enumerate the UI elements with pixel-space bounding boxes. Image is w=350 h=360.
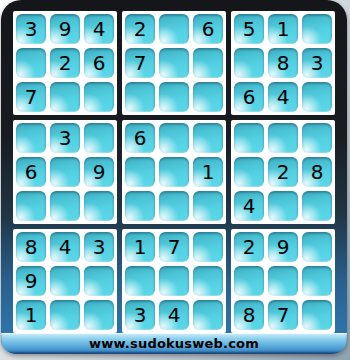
cell-r2c3[interactable]: 6 [84, 48, 114, 78]
cell-r4c7[interactable] [234, 123, 264, 153]
cell-r7c3[interactable]: 3 [84, 232, 114, 262]
sudoku-box-1: 394267 [13, 11, 117, 115]
cell-r8c2[interactable] [50, 266, 80, 296]
cell-r5c1[interactable]: 6 [16, 157, 46, 187]
cell-r7c2[interactable]: 4 [50, 232, 80, 262]
cell-r6c7[interactable]: 4 [234, 191, 264, 221]
site-url-link[interactable]: www.sudokusweb.com [89, 336, 259, 351]
cell-r6c6[interactable] [193, 191, 223, 221]
cell-r4c3[interactable] [84, 123, 114, 153]
cell-r6c4[interactable] [125, 191, 155, 221]
sudoku-box-6: 284 [231, 120, 335, 224]
cell-r5c8[interactable]: 2 [268, 157, 298, 187]
cell-r2c1[interactable] [16, 48, 46, 78]
cell-r8c5[interactable] [159, 266, 189, 296]
sudoku-box-4: 369 [13, 120, 117, 224]
sudoku-board: 394267267518364369612848439117342987 www… [1, 0, 347, 354]
cell-r1c8[interactable]: 1 [268, 14, 298, 44]
cell-r8c1[interactable]: 9 [16, 266, 46, 296]
cell-r8c8[interactable] [268, 266, 298, 296]
cell-r8c9[interactable] [302, 266, 332, 296]
cell-r9c4[interactable]: 3 [125, 300, 155, 330]
cell-r4c8[interactable] [268, 123, 298, 153]
cell-r1c1[interactable]: 3 [16, 14, 46, 44]
cell-r2c8[interactable]: 8 [268, 48, 298, 78]
cell-r9c1[interactable]: 1 [16, 300, 46, 330]
cell-r5c9[interactable]: 8 [302, 157, 332, 187]
cell-r9c7[interactable]: 8 [234, 300, 264, 330]
cell-r7c9[interactable] [302, 232, 332, 262]
cell-r8c4[interactable] [125, 266, 155, 296]
sudoku-box-5: 61 [122, 120, 226, 224]
cell-r5c7[interactable] [234, 157, 264, 187]
cell-r7c7[interactable]: 2 [234, 232, 264, 262]
cell-r1c7[interactable]: 5 [234, 14, 264, 44]
cell-r6c5[interactable] [159, 191, 189, 221]
sudoku-grid: 394267267518364369612848439117342987 [13, 11, 335, 333]
cell-r3c2[interactable] [50, 82, 80, 112]
cell-r3c4[interactable] [125, 82, 155, 112]
cell-r3c9[interactable] [302, 82, 332, 112]
cell-r9c6[interactable] [193, 300, 223, 330]
footer-bar: www.sudokusweb.com [1, 333, 347, 354]
cell-r7c5[interactable]: 7 [159, 232, 189, 262]
cell-r2c5[interactable] [159, 48, 189, 78]
cell-r2c9[interactable]: 3 [302, 48, 332, 78]
cell-r1c4[interactable]: 2 [125, 14, 155, 44]
cell-r5c3[interactable]: 9 [84, 157, 114, 187]
cell-r1c3[interactable]: 4 [84, 14, 114, 44]
sudoku-box-8: 1734 [122, 229, 226, 333]
cell-r4c5[interactable] [159, 123, 189, 153]
cell-r4c2[interactable]: 3 [50, 123, 80, 153]
cell-r2c4[interactable]: 7 [125, 48, 155, 78]
cell-r9c5[interactable]: 4 [159, 300, 189, 330]
cell-r3c1[interactable]: 7 [16, 82, 46, 112]
cell-r7c6[interactable] [193, 232, 223, 262]
cell-r9c9[interactable] [302, 300, 332, 330]
sudoku-box-7: 84391 [13, 229, 117, 333]
cell-r3c8[interactable]: 4 [268, 82, 298, 112]
cell-r6c1[interactable] [16, 191, 46, 221]
sudoku-box-9: 2987 [231, 229, 335, 333]
cell-r6c9[interactable] [302, 191, 332, 221]
cell-r2c2[interactable]: 2 [50, 48, 80, 78]
cell-r4c9[interactable] [302, 123, 332, 153]
cell-r2c7[interactable] [234, 48, 264, 78]
cell-r1c6[interactable]: 6 [193, 14, 223, 44]
cell-r8c7[interactable] [234, 266, 264, 296]
cell-r8c6[interactable] [193, 266, 223, 296]
sudoku-box-3: 518364 [231, 11, 335, 115]
cell-r3c5[interactable] [159, 82, 189, 112]
cell-r5c6[interactable]: 1 [193, 157, 223, 187]
cell-r4c1[interactable] [16, 123, 46, 153]
cell-r3c6[interactable] [193, 82, 223, 112]
cell-r9c3[interactable] [84, 300, 114, 330]
cell-r4c6[interactable] [193, 123, 223, 153]
cell-r1c9[interactable] [302, 14, 332, 44]
cell-r9c2[interactable] [50, 300, 80, 330]
cell-r3c7[interactable]: 6 [234, 82, 264, 112]
cell-r4c4[interactable]: 6 [125, 123, 155, 153]
page-background: 394267267518364369612848439117342987 www… [0, 0, 350, 360]
cell-r6c2[interactable] [50, 191, 80, 221]
cell-r5c4[interactable] [125, 157, 155, 187]
cell-r7c8[interactable]: 9 [268, 232, 298, 262]
cell-r3c3[interactable] [84, 82, 114, 112]
cell-r5c2[interactable] [50, 157, 80, 187]
sudoku-box-2: 267 [122, 11, 226, 115]
cell-r5c5[interactable] [159, 157, 189, 187]
cell-r6c3[interactable] [84, 191, 114, 221]
cell-r7c1[interactable]: 8 [16, 232, 46, 262]
cell-r9c8[interactable]: 7 [268, 300, 298, 330]
cell-r8c3[interactable] [84, 266, 114, 296]
cell-r2c6[interactable] [193, 48, 223, 78]
cell-r7c4[interactable]: 1 [125, 232, 155, 262]
cell-r6c8[interactable] [268, 191, 298, 221]
cell-r1c2[interactable]: 9 [50, 14, 80, 44]
cell-r1c5[interactable] [159, 14, 189, 44]
